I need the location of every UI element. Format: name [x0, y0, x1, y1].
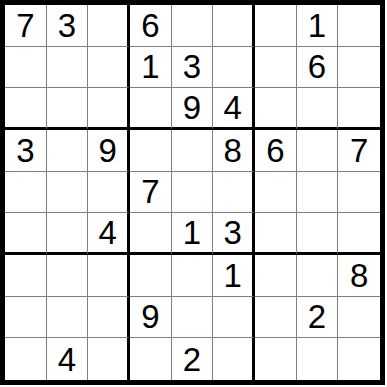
cell-r7c4[interactable]: [130, 255, 172, 297]
cell-r4c8[interactable]: [297, 130, 339, 172]
cell-r4c9[interactable]: 7: [338, 130, 380, 172]
cell-r3c1[interactable]: [5, 88, 47, 130]
cell-r6c3[interactable]: 4: [88, 213, 130, 255]
cell-r7c3[interactable]: [88, 255, 130, 297]
cell-r1c5[interactable]: [172, 5, 214, 47]
cell-r6c2[interactable]: [47, 213, 89, 255]
cell-r5c8[interactable]: [297, 172, 339, 214]
cell-r1c1[interactable]: 7: [5, 5, 47, 47]
cell-r3c6[interactable]: 4: [213, 88, 255, 130]
cell-r6c1[interactable]: [5, 213, 47, 255]
cell-r8c3[interactable]: [88, 297, 130, 339]
cell-r8c8[interactable]: 2: [297, 297, 339, 339]
cell-r2c5[interactable]: 3: [172, 47, 214, 89]
cell-r1c9[interactable]: [338, 5, 380, 47]
cell-r9c1[interactable]: [5, 338, 47, 380]
cell-r9c3[interactable]: [88, 338, 130, 380]
cell-r6c7[interactable]: [255, 213, 297, 255]
cell-r8c9[interactable]: [338, 297, 380, 339]
cell-r1c7[interactable]: [255, 5, 297, 47]
cell-r1c8[interactable]: 1: [297, 5, 339, 47]
cell-r3c8[interactable]: [297, 88, 339, 130]
cell-r2c6[interactable]: [213, 47, 255, 89]
cell-r3c3[interactable]: [88, 88, 130, 130]
cell-r7c8[interactable]: [297, 255, 339, 297]
cell-r8c6[interactable]: [213, 297, 255, 339]
cell-r1c2[interactable]: 3: [47, 5, 89, 47]
cell-r4c1[interactable]: 3: [5, 130, 47, 172]
cell-r9c6[interactable]: [213, 338, 255, 380]
cell-r8c7[interactable]: [255, 297, 297, 339]
cell-r3c9[interactable]: [338, 88, 380, 130]
cell-r5c1[interactable]: [5, 172, 47, 214]
cell-r6c9[interactable]: [338, 213, 380, 255]
cell-r7c7[interactable]: [255, 255, 297, 297]
cell-r7c5[interactable]: [172, 255, 214, 297]
cell-r6c4[interactable]: [130, 213, 172, 255]
cell-r3c5[interactable]: 9: [172, 88, 214, 130]
cell-r5c7[interactable]: [255, 172, 297, 214]
cell-r6c8[interactable]: [297, 213, 339, 255]
cell-r3c4[interactable]: [130, 88, 172, 130]
cell-r1c4[interactable]: 6: [130, 5, 172, 47]
cell-r5c6[interactable]: [213, 172, 255, 214]
cell-r8c2[interactable]: [47, 297, 89, 339]
cell-r2c8[interactable]: 6: [297, 47, 339, 89]
cell-r7c6[interactable]: 1: [213, 255, 255, 297]
cell-r5c9[interactable]: [338, 172, 380, 214]
cell-r9c5[interactable]: 2: [172, 338, 214, 380]
cell-r5c2[interactable]: [47, 172, 89, 214]
cell-r2c9[interactable]: [338, 47, 380, 89]
cell-r8c5[interactable]: [172, 297, 214, 339]
cell-r9c2[interactable]: 4: [47, 338, 89, 380]
cell-r5c4[interactable]: 7: [130, 172, 172, 214]
cell-r2c2[interactable]: [47, 47, 89, 89]
cell-r4c6[interactable]: 8: [213, 130, 255, 172]
cell-r5c5[interactable]: [172, 172, 214, 214]
cell-r6c5[interactable]: 1: [172, 213, 214, 255]
cell-r8c4[interactable]: 9: [130, 297, 172, 339]
cell-r3c2[interactable]: [47, 88, 89, 130]
cell-r8c1[interactable]: [5, 297, 47, 339]
sudoku-board: 736113694398677413189242: [0, 0, 385, 385]
cell-r4c3[interactable]: 9: [88, 130, 130, 172]
cell-r7c2[interactable]: [47, 255, 89, 297]
cell-r2c7[interactable]: [255, 47, 297, 89]
cell-r2c3[interactable]: [88, 47, 130, 89]
cell-r1c6[interactable]: [213, 5, 255, 47]
cell-r4c4[interactable]: [130, 130, 172, 172]
cell-r6c6[interactable]: 3: [213, 213, 255, 255]
cell-r2c1[interactable]: [5, 47, 47, 89]
cell-r5c3[interactable]: [88, 172, 130, 214]
cell-r7c1[interactable]: [5, 255, 47, 297]
cell-r1c3[interactable]: [88, 5, 130, 47]
cell-r9c8[interactable]: [297, 338, 339, 380]
cell-r2c4[interactable]: 1: [130, 47, 172, 89]
cell-r4c5[interactable]: [172, 130, 214, 172]
cell-r9c4[interactable]: [130, 338, 172, 380]
cell-r7c9[interactable]: 8: [338, 255, 380, 297]
cell-r4c2[interactable]: [47, 130, 89, 172]
cell-r9c7[interactable]: [255, 338, 297, 380]
cell-r4c7[interactable]: 6: [255, 130, 297, 172]
cell-r3c7[interactable]: [255, 88, 297, 130]
cell-r9c9[interactable]: [338, 338, 380, 380]
